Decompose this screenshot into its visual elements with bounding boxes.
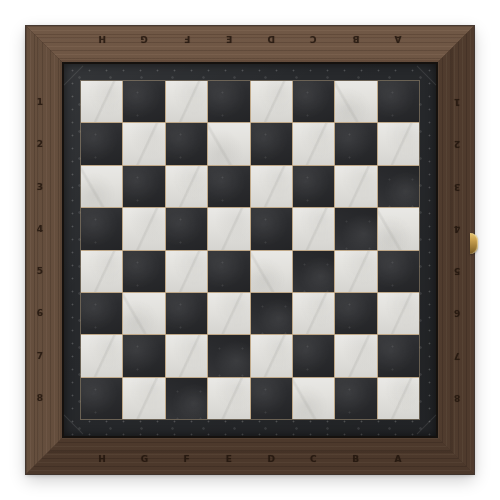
rank-label-left-6: 6: [32, 292, 48, 334]
square-b3[interactable]: [335, 166, 376, 207]
chess-board: HGFEDCBA HGFEDCBA 12345678 12345678: [26, 26, 474, 474]
square-h8[interactable]: [81, 378, 122, 419]
file-label-bottom-e: E: [208, 451, 250, 467]
rank-label-left-3: 3: [32, 166, 48, 208]
board-grid: [81, 81, 419, 419]
rank-label-left-2: 2: [32, 123, 48, 165]
file-label-bottom-d: D: [250, 451, 292, 467]
square-a1[interactable]: [378, 81, 419, 122]
file-label-top-e: E: [208, 31, 250, 47]
rank-label-left-4: 4: [32, 208, 48, 250]
rank-label-left-5: 5: [32, 250, 48, 292]
square-b2[interactable]: [335, 123, 376, 164]
square-h5[interactable]: [81, 251, 122, 292]
square-b1[interactable]: [335, 81, 376, 122]
square-g3[interactable]: [123, 166, 164, 207]
file-label-top-b: B: [335, 31, 377, 47]
square-b6[interactable]: [335, 293, 376, 334]
file-label-bottom-g: G: [123, 451, 165, 467]
square-d2[interactable]: [251, 123, 292, 164]
rank-label-left-8: 8: [32, 377, 48, 419]
square-b8[interactable]: [335, 378, 376, 419]
square-f4[interactable]: [166, 208, 207, 249]
square-a7[interactable]: [378, 335, 419, 376]
rank-label-right-6: 6: [449, 292, 465, 334]
square-e1[interactable]: [208, 81, 249, 122]
file-label-bottom-c: C: [292, 451, 334, 467]
square-f6[interactable]: [166, 293, 207, 334]
stone-miter-seam: [417, 66, 437, 86]
square-d1[interactable]: [251, 81, 292, 122]
square-a2[interactable]: [378, 123, 419, 164]
square-g2[interactable]: [123, 123, 164, 164]
square-g4[interactable]: [123, 208, 164, 249]
square-a6[interactable]: [378, 293, 419, 334]
file-label-bottom-f: F: [166, 451, 208, 467]
square-g5[interactable]: [123, 251, 164, 292]
square-e5[interactable]: [208, 251, 249, 292]
square-c6[interactable]: [293, 293, 334, 334]
square-a8[interactable]: [378, 378, 419, 419]
rank-labels-left: 12345678: [32, 81, 48, 419]
file-label-bottom-b: B: [335, 451, 377, 467]
square-d6[interactable]: [251, 293, 292, 334]
square-e7[interactable]: [208, 335, 249, 376]
square-f7[interactable]: [166, 335, 207, 376]
rank-label-right-7: 7: [449, 335, 465, 377]
file-label-top-d: D: [250, 31, 292, 47]
file-label-top-c: C: [292, 31, 334, 47]
square-d8[interactable]: [251, 378, 292, 419]
rank-label-left-1: 1: [32, 81, 48, 123]
file-label-top-a: A: [377, 31, 419, 47]
rank-label-left-7: 7: [32, 335, 48, 377]
square-g1[interactable]: [123, 81, 164, 122]
rank-label-right-1: 1: [449, 81, 465, 123]
square-a4[interactable]: [378, 208, 419, 249]
rank-label-right-5: 5: [449, 250, 465, 292]
square-g8[interactable]: [123, 378, 164, 419]
square-f1[interactable]: [166, 81, 207, 122]
square-f5[interactable]: [166, 251, 207, 292]
file-labels-top: HGFEDCBA: [81, 31, 419, 47]
square-g7[interactable]: [123, 335, 164, 376]
square-a5[interactable]: [378, 251, 419, 292]
file-labels-bottom: HGFEDCBA: [81, 451, 419, 467]
rank-label-right-2: 2: [449, 123, 465, 165]
brass-clasp: [470, 233, 478, 254]
photo-background: HGFEDCBA HGFEDCBA 12345678 12345678: [0, 0, 500, 500]
square-e2[interactable]: [208, 123, 249, 164]
rank-label-right-4: 4: [449, 208, 465, 250]
square-f2[interactable]: [166, 123, 207, 164]
square-e3[interactable]: [208, 166, 249, 207]
rank-labels-right: 12345678: [449, 81, 465, 419]
square-h7[interactable]: [81, 335, 122, 376]
square-g6[interactable]: [123, 293, 164, 334]
rank-label-right-8: 8: [449, 377, 465, 419]
square-d3[interactable]: [251, 166, 292, 207]
square-e8[interactable]: [208, 378, 249, 419]
stone-miter-seam: [417, 415, 437, 435]
square-a3[interactable]: [378, 166, 419, 207]
square-c5[interactable]: [293, 251, 334, 292]
square-b7[interactable]: [335, 335, 376, 376]
square-c7[interactable]: [293, 335, 334, 376]
square-h3[interactable]: [81, 166, 122, 207]
file-label-bottom-h: H: [81, 451, 123, 467]
square-h1[interactable]: [81, 81, 122, 122]
square-f3[interactable]: [166, 166, 207, 207]
file-label-bottom-a: A: [377, 451, 419, 467]
square-c3[interactable]: [293, 166, 334, 207]
square-c8[interactable]: [293, 378, 334, 419]
file-label-top-f: F: [166, 31, 208, 47]
square-d5[interactable]: [251, 251, 292, 292]
file-label-top-h: H: [81, 31, 123, 47]
square-b4[interactable]: [335, 208, 376, 249]
square-h6[interactable]: [81, 293, 122, 334]
square-h2[interactable]: [81, 123, 122, 164]
square-h4[interactable]: [81, 208, 122, 249]
rank-label-right-3: 3: [449, 166, 465, 208]
square-b5[interactable]: [335, 251, 376, 292]
square-d4[interactable]: [251, 208, 292, 249]
square-d7[interactable]: [251, 335, 292, 376]
square-c2[interactable]: [293, 123, 334, 164]
file-label-top-g: G: [123, 31, 165, 47]
square-e4[interactable]: [208, 208, 249, 249]
square-c1[interactable]: [293, 81, 334, 122]
square-c4[interactable]: [293, 208, 334, 249]
square-f8[interactable]: [166, 378, 207, 419]
square-e6[interactable]: [208, 293, 249, 334]
